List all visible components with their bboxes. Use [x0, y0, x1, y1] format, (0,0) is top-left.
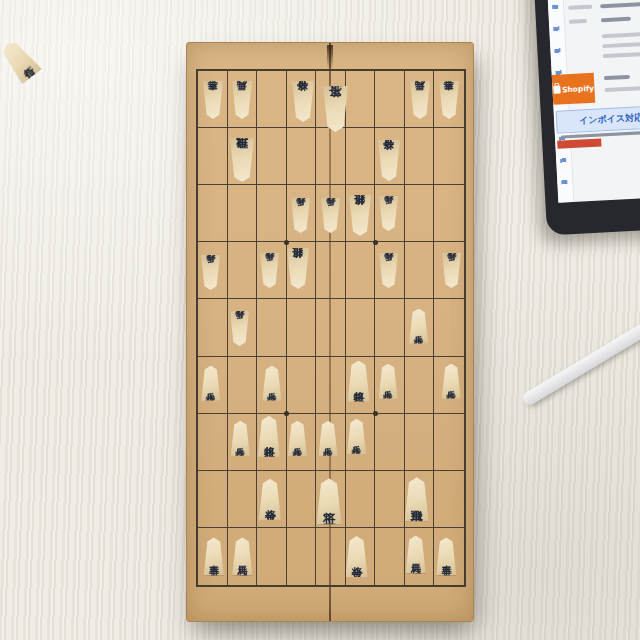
star-point	[373, 411, 378, 416]
piece-label: 歩兵	[293, 437, 303, 440]
square-3h[interactable]	[375, 471, 405, 528]
square-1c[interactable]	[434, 185, 464, 242]
square-9c[interactable]	[198, 185, 228, 242]
piece-label: 歩兵	[383, 380, 393, 383]
square-4b[interactable]	[346, 128, 376, 185]
square-7b[interactable]	[257, 128, 287, 185]
tablet-text-bar	[601, 17, 631, 23]
square-2f[interactable]	[405, 357, 435, 414]
board-grid: 香車桂馬金将玉将桂馬香車飛車金将歩兵歩兵銀将歩兵歩兵歩兵銀将歩兵歩兵歩兵歩兵歩兵…	[196, 69, 466, 587]
piece-label: 歩兵	[383, 269, 393, 272]
red-banner	[557, 138, 601, 148]
tablet-text-bar	[602, 42, 640, 49]
square-6h[interactable]	[287, 471, 317, 528]
shopify-logo: Shopify	[552, 73, 596, 105]
square-5e[interactable]	[316, 299, 346, 356]
tablet-text-bar	[604, 85, 640, 92]
tablet-text-bar	[600, 2, 640, 9]
piece-label: 香車	[209, 555, 219, 558]
piece-label: 歩兵	[236, 437, 246, 440]
square-3g[interactable]	[375, 414, 405, 471]
piece-label: 桂馬	[411, 553, 421, 556]
tablet-text-bar	[602, 31, 640, 38]
square-2b[interactable]	[405, 128, 435, 185]
square-4e[interactable]	[346, 299, 376, 356]
square-4a[interactable]	[346, 71, 376, 128]
piece-label: 歩兵	[267, 382, 277, 385]
square-2d[interactable]	[405, 242, 435, 299]
square-8f[interactable]	[228, 357, 258, 414]
piece-label: 飛車	[411, 498, 423, 501]
piece-label: 銀将	[263, 435, 274, 438]
square-9g[interactable]	[198, 414, 228, 471]
square-8d[interactable]	[228, 242, 258, 299]
tablet-text-bar	[604, 75, 630, 80]
square-8c[interactable]	[228, 185, 258, 242]
piece-label: 歩兵	[352, 435, 362, 438]
shogi-board: 香車桂馬金将玉将桂馬香車飛車金将歩兵歩兵銀将歩兵歩兵歩兵銀将歩兵歩兵歩兵歩兵歩兵…	[186, 42, 474, 622]
square-6e[interactable]	[287, 299, 317, 356]
square-3a[interactable]	[375, 71, 405, 128]
square-9h[interactable]	[198, 471, 228, 528]
square-4h[interactable]	[346, 471, 376, 528]
square-7e[interactable]	[257, 299, 287, 356]
piece-label: 歩兵	[296, 214, 306, 217]
piece-label: 飛車	[236, 158, 248, 161]
piece-label: 香車	[208, 98, 218, 101]
piece-label: 玉将	[329, 107, 342, 110]
tablet-text-bar	[568, 5, 592, 10]
tablet: Shopify インボイス対応	[533, 0, 640, 235]
square-7a[interactable]	[257, 71, 287, 128]
square-1g[interactable]	[434, 414, 464, 471]
square-7i[interactable]	[257, 528, 287, 585]
square-1e[interactable]	[434, 299, 464, 356]
piece-label: 香車	[444, 98, 454, 101]
piece-label: 歩兵	[325, 214, 335, 217]
piece-label: 金将	[351, 555, 362, 558]
square-6i[interactable]	[287, 528, 317, 585]
piece-label: 銀将	[293, 267, 304, 270]
square-9e[interactable]	[198, 299, 228, 356]
piece-label: 桂馬	[237, 555, 247, 558]
piece-label: 歩兵	[446, 380, 456, 383]
square-2c[interactable]	[405, 185, 435, 242]
piece-label: 香車	[441, 555, 451, 558]
tablet-text-bar	[603, 52, 640, 59]
square-6f[interactable]	[287, 357, 317, 414]
star-point	[373, 240, 378, 245]
piece-label: 桂馬	[237, 98, 247, 101]
shopify-wordmark: Shopify	[562, 83, 594, 94]
square-1b[interactable]	[434, 128, 464, 185]
square-2g[interactable]	[405, 414, 435, 471]
invoice-banner[interactable]: インボイス対応	[556, 105, 640, 134]
piece-label: 歩兵	[323, 437, 333, 440]
square-8h[interactable]	[228, 471, 258, 528]
tablet-text-bar	[569, 19, 587, 24]
piece-label: 金将	[384, 159, 395, 162]
square-5b[interactable]	[316, 128, 346, 185]
piece-label: 銀将	[353, 380, 364, 383]
piece-label: 歩兵	[383, 212, 393, 215]
shopify-bag-icon	[553, 86, 560, 94]
piece-label: 金将	[264, 498, 275, 501]
piece-label: 歩兵	[265, 269, 275, 272]
piece-label: 銀将	[354, 214, 365, 217]
square-5d[interactable]	[316, 242, 346, 299]
board-fold-gap	[327, 45, 333, 69]
square-3i[interactable]	[375, 528, 405, 585]
square-5f[interactable]	[316, 357, 346, 414]
square-4d[interactable]	[346, 242, 376, 299]
piece-label: 桂馬	[415, 98, 425, 101]
piece-label: 王将	[323, 500, 336, 503]
piece-label: 歩兵	[206, 271, 216, 274]
invoice-banner-label: インボイス対応	[579, 111, 640, 127]
piece-label: 歩兵	[446, 269, 456, 272]
captured-bishop-label: 角行	[14, 56, 25, 65]
square-3e[interactable]	[375, 299, 405, 356]
square-7c[interactable]	[257, 185, 287, 242]
square-1h[interactable]	[434, 471, 464, 528]
square-5i[interactable]	[316, 528, 346, 585]
piece-label: 歩兵	[414, 325, 424, 328]
square-9b[interactable]	[198, 128, 228, 185]
square-6b[interactable]	[287, 128, 317, 185]
piece-label: 歩兵	[206, 382, 216, 385]
star-point	[284, 240, 289, 245]
piece-label: 金将	[298, 100, 309, 103]
tablet-screen: Shopify インボイス対応	[548, 0, 640, 203]
piece-label: 歩兵	[235, 327, 245, 330]
